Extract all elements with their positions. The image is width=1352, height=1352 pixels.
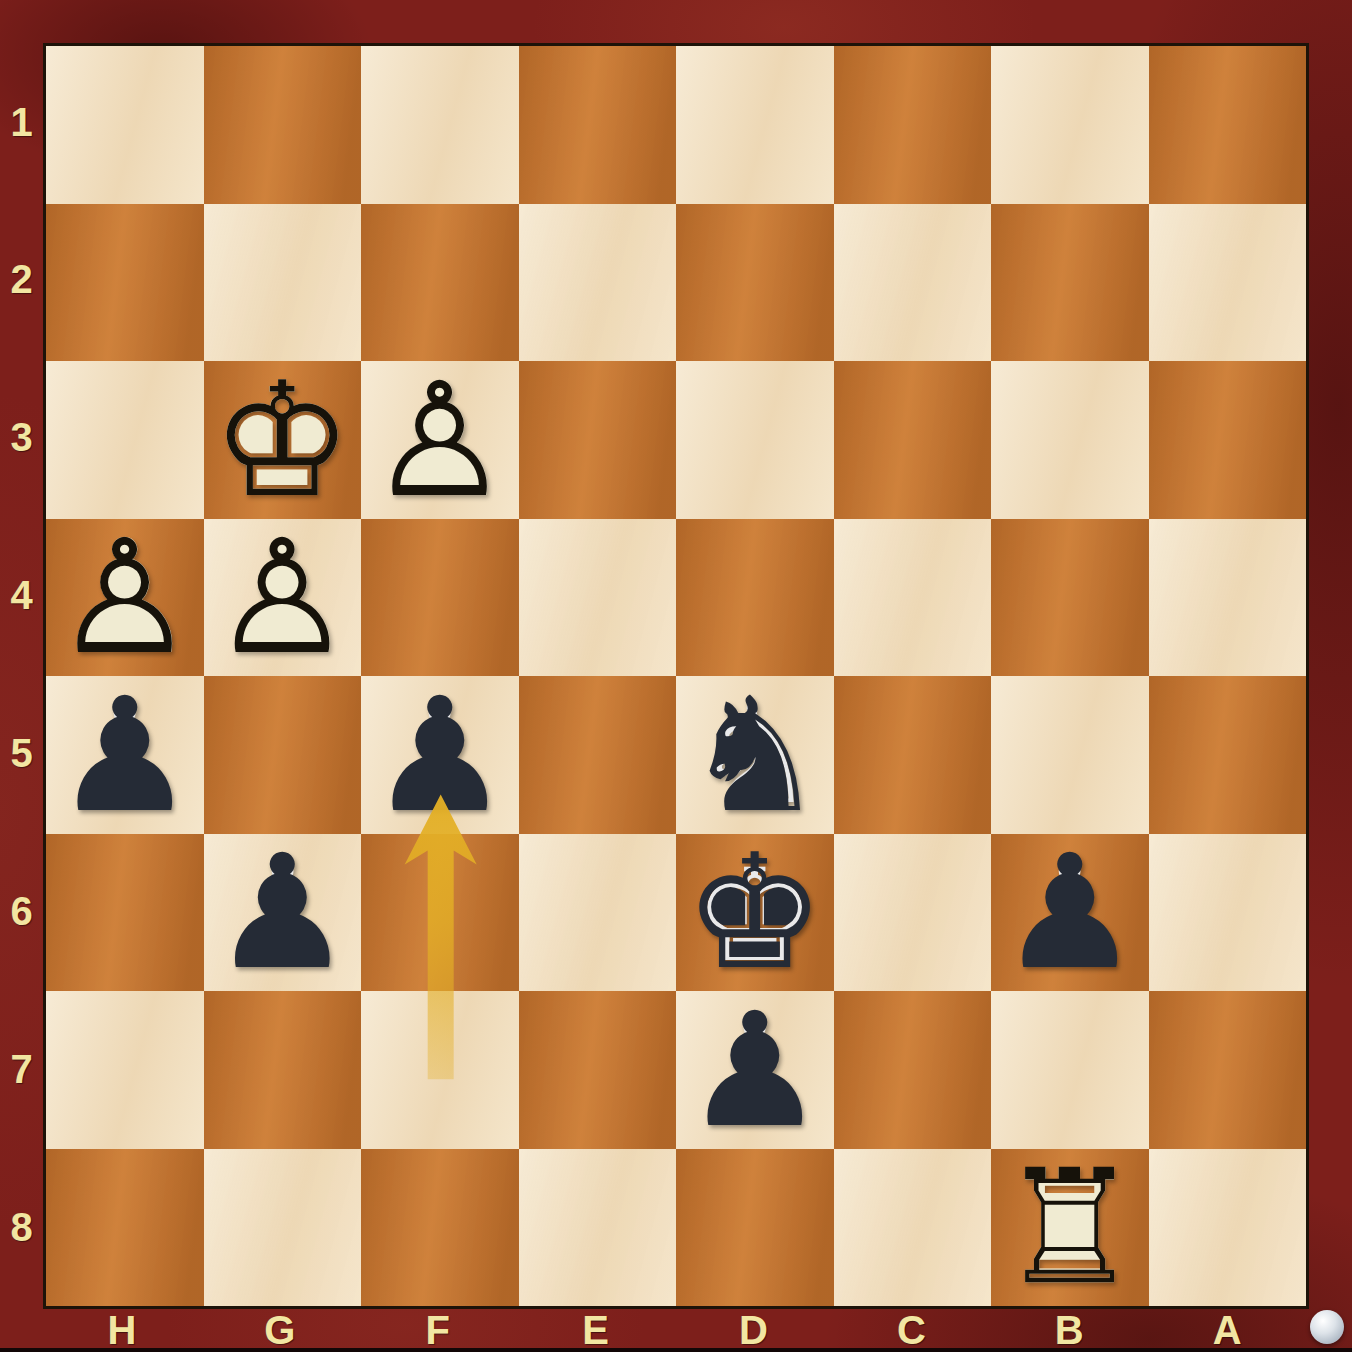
corner-ball-decoration bbox=[1310, 1310, 1344, 1344]
square-c6[interactable] bbox=[834, 834, 992, 992]
square-a4[interactable] bbox=[1149, 519, 1307, 677]
square-g4[interactable]: ♟♙ bbox=[204, 519, 362, 677]
square-b3[interactable] bbox=[991, 361, 1149, 519]
black-king[interactable]: ♚♚ bbox=[676, 834, 834, 992]
square-h8[interactable] bbox=[46, 1149, 204, 1307]
square-g1[interactable] bbox=[204, 46, 362, 204]
square-c3[interactable] bbox=[834, 361, 992, 519]
white-pawn[interactable]: ♟♙ bbox=[46, 519, 204, 677]
square-h6[interactable] bbox=[46, 834, 204, 992]
square-c1[interactable] bbox=[834, 46, 992, 204]
rank-label-1: 1 bbox=[0, 43, 43, 201]
square-b1[interactable] bbox=[991, 46, 1149, 204]
black-pawn-fill: ♟ bbox=[361, 676, 519, 834]
square-b6[interactable]: ♟♟ bbox=[991, 834, 1149, 992]
square-a6[interactable] bbox=[1149, 834, 1307, 992]
square-a2[interactable] bbox=[1149, 204, 1307, 362]
square-c2[interactable] bbox=[834, 204, 992, 362]
square-a7[interactable] bbox=[1149, 991, 1307, 1149]
square-e5[interactable] bbox=[519, 676, 677, 834]
square-g6[interactable]: ♟♟ bbox=[204, 834, 362, 992]
black-pawn[interactable]: ♟♟ bbox=[991, 834, 1149, 992]
chess-board: ♚♔♟♙♟♙♟♙♟♟♟♟♞♞♟♟♚♚♟♟♟♟♜♖ bbox=[43, 43, 1309, 1309]
rank-label-6: 6 bbox=[0, 832, 43, 990]
square-d5[interactable]: ♞♞ bbox=[676, 676, 834, 834]
square-f1[interactable] bbox=[361, 46, 519, 204]
square-e1[interactable] bbox=[519, 46, 677, 204]
white-pawn[interactable]: ♟♙ bbox=[204, 519, 362, 677]
square-h7[interactable] bbox=[46, 991, 204, 1149]
square-h4[interactable]: ♟♙ bbox=[46, 519, 204, 677]
square-b8[interactable]: ♜♖ bbox=[991, 1149, 1149, 1307]
square-c7[interactable] bbox=[834, 991, 992, 1149]
square-d7[interactable]: ♟♟ bbox=[676, 991, 834, 1149]
square-d2[interactable] bbox=[676, 204, 834, 362]
file-label-d: D bbox=[675, 1309, 833, 1352]
square-h1[interactable] bbox=[46, 46, 204, 204]
square-f3[interactable]: ♟♙ bbox=[361, 361, 519, 519]
square-e6[interactable] bbox=[519, 834, 677, 992]
square-f2[interactable] bbox=[361, 204, 519, 362]
square-g7[interactable] bbox=[204, 991, 362, 1149]
square-b5[interactable] bbox=[991, 676, 1149, 834]
rank-label-7: 7 bbox=[0, 990, 43, 1148]
black-knight-fill: ♞ bbox=[676, 676, 834, 834]
square-c8[interactable] bbox=[834, 1149, 992, 1307]
square-g8[interactable] bbox=[204, 1149, 362, 1307]
black-pawn[interactable]: ♟♟ bbox=[46, 676, 204, 834]
black-pawn[interactable]: ♟♟ bbox=[204, 834, 362, 992]
rank-label-8: 8 bbox=[0, 1148, 43, 1306]
window-bottom-edge bbox=[0, 1348, 1352, 1352]
file-label-h: H bbox=[43, 1309, 201, 1352]
square-c4[interactable] bbox=[834, 519, 992, 677]
square-a8[interactable] bbox=[1149, 1149, 1307, 1307]
square-h2[interactable] bbox=[46, 204, 204, 362]
square-f4[interactable] bbox=[361, 519, 519, 677]
square-e2[interactable] bbox=[519, 204, 677, 362]
white-pawn-outline: ♙ bbox=[204, 519, 362, 677]
white-king[interactable]: ♚♔ bbox=[204, 361, 362, 519]
square-f5[interactable]: ♟♟ bbox=[361, 676, 519, 834]
black-pawn-fill: ♟ bbox=[46, 676, 204, 834]
square-e4[interactable] bbox=[519, 519, 677, 677]
square-b4[interactable] bbox=[991, 519, 1149, 677]
black-pawn-fill: ♟ bbox=[204, 834, 362, 992]
black-pawn-fill: ♟ bbox=[991, 834, 1149, 992]
white-pawn[interactable]: ♟♙ bbox=[361, 361, 519, 519]
rank-label-3: 3 bbox=[0, 359, 43, 517]
square-f8[interactable] bbox=[361, 1149, 519, 1307]
file-label-f: F bbox=[359, 1309, 517, 1352]
black-king-fill: ♚ bbox=[676, 834, 834, 992]
white-rook[interactable]: ♜♖ bbox=[991, 1149, 1149, 1307]
rank-label-5: 5 bbox=[0, 675, 43, 833]
white-pawn-outline: ♙ bbox=[46, 519, 204, 677]
square-a3[interactable] bbox=[1149, 361, 1307, 519]
white-pawn-outline: ♙ bbox=[361, 361, 519, 519]
square-d8[interactable] bbox=[676, 1149, 834, 1307]
rank-label-2: 2 bbox=[0, 201, 43, 359]
black-pawn[interactable]: ♟♟ bbox=[676, 991, 834, 1149]
file-label-c: C bbox=[832, 1309, 990, 1352]
black-pawn-fill: ♟ bbox=[676, 991, 834, 1149]
square-g5[interactable] bbox=[204, 676, 362, 834]
square-e7[interactable] bbox=[519, 991, 677, 1149]
file-label-a: A bbox=[1148, 1309, 1306, 1352]
chess-board-app: ♚♔♟♙♟♙♟♙♟♟♟♟♞♞♟♟♚♚♟♟♟♟♜♖ 12345678HGFEDCB… bbox=[0, 0, 1352, 1352]
square-f7[interactable] bbox=[361, 991, 519, 1149]
square-e3[interactable] bbox=[519, 361, 677, 519]
square-h5[interactable]: ♟♟ bbox=[46, 676, 204, 834]
square-g2[interactable] bbox=[204, 204, 362, 362]
square-b2[interactable] bbox=[991, 204, 1149, 362]
white-king-outline: ♔ bbox=[204, 361, 362, 519]
square-d1[interactable] bbox=[676, 46, 834, 204]
square-a1[interactable] bbox=[1149, 46, 1307, 204]
square-c5[interactable] bbox=[834, 676, 992, 834]
square-g3[interactable]: ♚♔ bbox=[204, 361, 362, 519]
square-f6[interactable] bbox=[361, 834, 519, 992]
black-pawn[interactable]: ♟♟ bbox=[361, 676, 519, 834]
square-e8[interactable] bbox=[519, 1149, 677, 1307]
square-d4[interactable] bbox=[676, 519, 834, 677]
rank-label-4: 4 bbox=[0, 517, 43, 675]
square-b7[interactable] bbox=[991, 991, 1149, 1149]
square-d3[interactable] bbox=[676, 361, 834, 519]
white-rook-outline: ♖ bbox=[991, 1149, 1149, 1307]
file-label-g: G bbox=[201, 1309, 359, 1352]
square-h3[interactable] bbox=[46, 361, 204, 519]
black-knight[interactable]: ♞♞ bbox=[676, 676, 834, 834]
square-d6[interactable]: ♚♚ bbox=[676, 834, 834, 992]
file-label-e: E bbox=[517, 1309, 675, 1352]
square-a5[interactable] bbox=[1149, 676, 1307, 834]
